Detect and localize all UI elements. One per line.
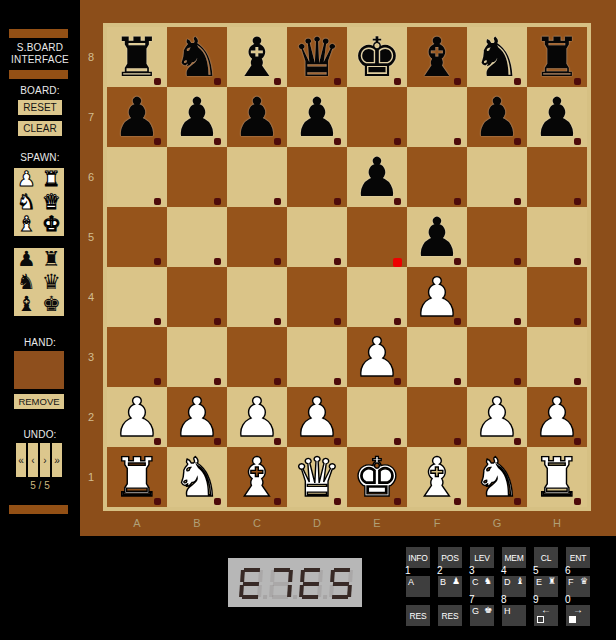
square-h7[interactable]: ♟ bbox=[527, 87, 587, 147]
square-b8[interactable]: ♞ bbox=[167, 27, 227, 87]
square-h3[interactable] bbox=[527, 327, 587, 387]
square-c1[interactable]: ♝ bbox=[227, 447, 287, 507]
app-title-line1: S.BOARD bbox=[0, 42, 80, 53]
square-c8[interactable]: ♝ bbox=[227, 27, 287, 87]
key-a-1[interactable]: A1 bbox=[406, 576, 430, 597]
segment-b bbox=[288, 570, 293, 582]
undo-section-label: UNDO: bbox=[0, 429, 80, 440]
corner-dot bbox=[154, 138, 161, 145]
key-digit: 1 bbox=[405, 565, 427, 596]
key-right-black-0[interactable]: →0 bbox=[566, 605, 590, 626]
spawn-black-bishop[interactable]: ♝ bbox=[14, 293, 39, 315]
segment-b bbox=[318, 570, 323, 582]
key-b-pawn-2[interactable]: B♟2 bbox=[438, 576, 462, 597]
redo-last-button[interactable]: » bbox=[52, 443, 62, 477]
board-section-label: BOARD: bbox=[0, 85, 80, 96]
lcd-display bbox=[228, 558, 362, 607]
square-g5[interactable] bbox=[467, 207, 527, 267]
corner-dot bbox=[454, 498, 461, 505]
file-label-c: C bbox=[227, 513, 287, 533]
square-c7[interactable]: ♟ bbox=[227, 87, 287, 147]
corner-dot bbox=[274, 138, 281, 145]
corner-dot bbox=[334, 378, 341, 385]
corner-dot bbox=[394, 318, 401, 325]
corner-dot bbox=[394, 378, 401, 385]
corner-dot bbox=[214, 138, 221, 145]
lcd-digit-2 bbox=[269, 568, 293, 599]
corner-dot bbox=[334, 258, 341, 265]
rank-label-8: 8 bbox=[88, 27, 102, 87]
corner-dot bbox=[574, 498, 581, 505]
square-e7[interactable] bbox=[347, 87, 407, 147]
file-label-e: E bbox=[347, 513, 407, 533]
corner-dot bbox=[214, 498, 221, 505]
corner-dot bbox=[574, 198, 581, 205]
redo-forward-button[interactable]: › bbox=[40, 443, 50, 477]
highlight-dot bbox=[393, 258, 402, 267]
spawn-white-knight[interactable]: ♞ bbox=[14, 191, 39, 213]
square-e4[interactable] bbox=[347, 267, 407, 327]
corner-dot bbox=[214, 438, 221, 445]
corner-dot bbox=[334, 78, 341, 85]
lcd-digits bbox=[239, 568, 353, 599]
corner-dot bbox=[214, 318, 221, 325]
corner-dot bbox=[334, 198, 341, 205]
lcd-decimal-dot bbox=[263, 595, 267, 599]
corner-dot bbox=[274, 378, 281, 385]
key-digit: 6 bbox=[565, 565, 587, 596]
rank-label-3: 3 bbox=[88, 327, 102, 387]
app-title-line2: INTERFACE bbox=[0, 54, 80, 65]
board-inner-frame: ♜♞♝♛♚♝♞♜♟♟♟♟♟♟♟♟♟♟♟♟♟♟♟♟♜♞♝♛♚♝♞♜ bbox=[103, 23, 591, 511]
segment-d bbox=[302, 595, 318, 599]
lcd-decimal-dot bbox=[293, 595, 297, 599]
corner-dot bbox=[394, 438, 401, 445]
segment-d bbox=[332, 595, 348, 599]
undo-counter: 5 / 5 bbox=[0, 480, 80, 491]
board-squares: ♜♞♝♛♚♝♞♜♟♟♟♟♟♟♟♟♟♟♟♟♟♟♟♟♜♞♝♛♚♝♞♜ bbox=[107, 27, 587, 507]
square-b3[interactable] bbox=[167, 327, 227, 387]
square-c4[interactable] bbox=[227, 267, 287, 327]
corner-dot bbox=[274, 258, 281, 265]
corner-dot bbox=[514, 438, 521, 445]
segment-f bbox=[330, 570, 335, 582]
square-b6[interactable] bbox=[167, 147, 227, 207]
square-e1[interactable]: ♚ bbox=[347, 447, 407, 507]
square-e3[interactable]: ♟ bbox=[347, 327, 407, 387]
rank-label-2: 2 bbox=[88, 387, 102, 447]
square-f3[interactable] bbox=[407, 327, 467, 387]
spawn-white-queen[interactable]: ♛ bbox=[39, 191, 64, 213]
key-label: RES bbox=[406, 605, 430, 626]
square-f5[interactable]: ♟ bbox=[407, 207, 467, 267]
corner-dot bbox=[454, 378, 461, 385]
square-e8[interactable]: ♚ bbox=[347, 27, 407, 87]
key-digit: 4 bbox=[501, 565, 523, 596]
corner-dot bbox=[454, 78, 461, 85]
key-digit: 7 bbox=[469, 594, 491, 625]
corner-dot bbox=[514, 138, 521, 145]
segment-e bbox=[329, 585, 334, 597]
divider-bar-top bbox=[9, 29, 68, 38]
corner-dot bbox=[574, 258, 581, 265]
square-a3[interactable] bbox=[107, 327, 167, 387]
rank-label-4: 4 bbox=[88, 267, 102, 327]
corner-dot bbox=[214, 378, 221, 385]
keypad: INFOPOSLEVMEMCLENTA1B♟2C♞3D♝4E♜5F♛6RESRE… bbox=[406, 547, 590, 626]
file-label-d: D bbox=[287, 513, 347, 533]
corner-dot bbox=[334, 498, 341, 505]
segment-g bbox=[273, 582, 289, 586]
lcd-digit-3 bbox=[299, 568, 323, 599]
divider-bar-2 bbox=[9, 70, 68, 79]
file-label-b: B bbox=[167, 513, 227, 533]
corner-dot bbox=[334, 318, 341, 325]
square-b4[interactable] bbox=[167, 267, 227, 327]
undo-back-button[interactable]: ‹ bbox=[28, 443, 38, 477]
spawn-black-pawn[interactable]: ♟ bbox=[14, 248, 39, 270]
square-h4[interactable] bbox=[527, 267, 587, 327]
segment-a bbox=[304, 568, 320, 572]
file-label-a: A bbox=[107, 513, 167, 533]
corner-dot bbox=[454, 258, 461, 265]
square-a7[interactable]: ♟ bbox=[107, 87, 167, 147]
square-e5[interactable] bbox=[347, 207, 407, 267]
hand-slot[interactable] bbox=[14, 351, 64, 389]
segment-e bbox=[239, 585, 244, 597]
corner-dot bbox=[394, 498, 401, 505]
segment-d bbox=[242, 595, 258, 599]
corner-dot bbox=[274, 438, 281, 445]
lcd-digit-1 bbox=[239, 568, 263, 599]
key-digit: 0 bbox=[565, 594, 587, 625]
corner-dot bbox=[514, 78, 521, 85]
segment-a bbox=[274, 568, 290, 572]
square-a5[interactable] bbox=[107, 207, 167, 267]
key-g-king-7[interactable]: G♚7 bbox=[470, 605, 494, 626]
segment-a bbox=[334, 568, 350, 572]
square-h8[interactable]: ♜ bbox=[527, 27, 587, 87]
square-g3[interactable] bbox=[467, 327, 527, 387]
square-d1[interactable]: ♛ bbox=[287, 447, 347, 507]
corner-dot bbox=[214, 78, 221, 85]
corner-dot bbox=[334, 438, 341, 445]
corner-dot bbox=[514, 318, 521, 325]
corner-dot bbox=[454, 138, 461, 145]
spawn-section-label: SPAWN: bbox=[0, 152, 80, 163]
file-label-h: H bbox=[527, 513, 587, 533]
square-c2[interactable]: ♟ bbox=[227, 387, 287, 447]
square-h2[interactable]: ♟ bbox=[527, 387, 587, 447]
segment-b bbox=[258, 570, 263, 582]
square-h6[interactable] bbox=[527, 147, 587, 207]
square-g1[interactable]: ♞ bbox=[467, 447, 527, 507]
corner-dot bbox=[394, 78, 401, 85]
square-d5[interactable] bbox=[287, 207, 347, 267]
corner-dot bbox=[154, 198, 161, 205]
square-g8[interactable]: ♞ bbox=[467, 27, 527, 87]
square-f1[interactable]: ♝ bbox=[407, 447, 467, 507]
square-h5[interactable] bbox=[527, 207, 587, 267]
square-a6[interactable] bbox=[107, 147, 167, 207]
segment-g bbox=[303, 582, 319, 586]
segment-f bbox=[300, 570, 305, 582]
corner-dot bbox=[154, 498, 161, 505]
square-a8[interactable]: ♜ bbox=[107, 27, 167, 87]
chess-board: ♜♞♝♛♚♝♞♜♟♟♟♟♟♟♟♟♟♟♟♟♟♟♟♟♜♞♝♛♚♝♞♜ 8765432… bbox=[80, 0, 616, 536]
square-g2[interactable]: ♟ bbox=[467, 387, 527, 447]
corner-dot bbox=[214, 258, 221, 265]
corner-dot bbox=[574, 78, 581, 85]
hand-section-label: HAND: bbox=[0, 337, 80, 348]
spawn-white-bishop[interactable]: ♝ bbox=[14, 213, 39, 235]
corner-dot bbox=[574, 138, 581, 145]
square-d6[interactable] bbox=[287, 147, 347, 207]
corner-dot bbox=[454, 318, 461, 325]
corner-dot bbox=[274, 318, 281, 325]
spawn-white-pawn[interactable]: ♟ bbox=[14, 168, 39, 190]
square-b5[interactable] bbox=[167, 207, 227, 267]
square-f6[interactable] bbox=[407, 147, 467, 207]
key-digit: 8 bbox=[501, 594, 523, 625]
square-d3[interactable] bbox=[287, 327, 347, 387]
square-c6[interactable] bbox=[227, 147, 287, 207]
spawn-black-rook[interactable]: ♜ bbox=[39, 248, 64, 270]
square-g4[interactable] bbox=[467, 267, 527, 327]
key-digit: 5 bbox=[533, 565, 555, 596]
segment-e bbox=[299, 585, 304, 597]
square-a4[interactable] bbox=[107, 267, 167, 327]
segment-a bbox=[244, 568, 260, 572]
square-g7[interactable]: ♟ bbox=[467, 87, 527, 147]
corner-dot bbox=[514, 378, 521, 385]
segment-b bbox=[348, 570, 353, 582]
key-res-2[interactable]: RES bbox=[438, 605, 462, 626]
rank-label-7: 7 bbox=[88, 87, 102, 147]
square-f8[interactable]: ♝ bbox=[407, 27, 467, 87]
segment-e bbox=[269, 585, 274, 597]
rank-label-5: 5 bbox=[88, 207, 102, 267]
corner-dot bbox=[274, 198, 281, 205]
corner-dot bbox=[454, 438, 461, 445]
spawn-white-king[interactable]: ♚ bbox=[39, 213, 64, 235]
segment-g bbox=[333, 582, 349, 586]
square-b1[interactable]: ♞ bbox=[167, 447, 227, 507]
corner-dot bbox=[334, 138, 341, 145]
spawn-black-queen[interactable]: ♛ bbox=[39, 271, 64, 293]
square-c5[interactable] bbox=[227, 207, 287, 267]
corner-dot bbox=[454, 198, 461, 205]
reset-button[interactable]: RESET bbox=[18, 100, 62, 115]
corner-dot bbox=[514, 258, 521, 265]
corner-dot bbox=[514, 198, 521, 205]
undo-button-row: «‹›» bbox=[16, 443, 62, 477]
chess-computer-interface: S.BOARD INTERFACE BOARD: RESET CLEAR SPA… bbox=[0, 0, 616, 640]
square-a1[interactable]: ♜ bbox=[107, 447, 167, 507]
undo-first-button[interactable]: « bbox=[16, 443, 26, 477]
corner-dot bbox=[154, 438, 161, 445]
key-h-8[interactable]: H8 bbox=[502, 605, 526, 626]
rank-label-1: 1 bbox=[88, 447, 102, 507]
square-h1[interactable]: ♜ bbox=[527, 447, 587, 507]
segment-f bbox=[240, 570, 245, 582]
corner-dot bbox=[154, 318, 161, 325]
key-res-1[interactable]: RES bbox=[406, 605, 430, 626]
segment-g bbox=[243, 582, 259, 586]
spawn-palette-white: ♟♜♞♛♝♚ bbox=[14, 168, 64, 236]
key-digit: 3 bbox=[469, 565, 491, 596]
square-c3[interactable] bbox=[227, 327, 287, 387]
clear-button[interactable]: CLEAR bbox=[18, 121, 62, 136]
corner-dot bbox=[154, 378, 161, 385]
sidebar: S.BOARD INTERFACE BOARD: RESET CLEAR SPA… bbox=[0, 0, 80, 640]
corner-dot bbox=[574, 438, 581, 445]
key-digit: 2 bbox=[437, 565, 459, 596]
rank-label-6: 6 bbox=[88, 147, 102, 207]
corner-dot bbox=[154, 78, 161, 85]
square-d2[interactable]: ♟ bbox=[287, 387, 347, 447]
corner-dot bbox=[274, 498, 281, 505]
segment-f bbox=[270, 570, 275, 582]
square-f2[interactable] bbox=[407, 387, 467, 447]
corner-dot bbox=[574, 318, 581, 325]
corner-dot bbox=[574, 378, 581, 385]
square-d8[interactable]: ♛ bbox=[287, 27, 347, 87]
square-a2[interactable]: ♟ bbox=[107, 387, 167, 447]
file-label-f: F bbox=[407, 513, 467, 533]
spawn-black-king[interactable]: ♚ bbox=[39, 293, 64, 315]
corner-dot bbox=[274, 78, 281, 85]
key-left-white-9[interactable]: ←9 bbox=[534, 605, 558, 626]
square-e6[interactable]: ♟ bbox=[347, 147, 407, 207]
square-b2[interactable]: ♟ bbox=[167, 387, 227, 447]
lcd-decimal-dot bbox=[323, 595, 327, 599]
square-g6[interactable] bbox=[467, 147, 527, 207]
spawn-palette-black: ♟♜♞♛♝♚ bbox=[14, 248, 64, 316]
corner-dot bbox=[154, 258, 161, 265]
square-d7[interactable]: ♟ bbox=[287, 87, 347, 147]
square-e2[interactable] bbox=[347, 387, 407, 447]
spawn-black-knight[interactable]: ♞ bbox=[14, 271, 39, 293]
key-digit: 9 bbox=[533, 594, 555, 625]
corner-dot bbox=[394, 138, 401, 145]
key-label: RES bbox=[438, 605, 462, 626]
corner-dot bbox=[514, 498, 521, 505]
remove-button[interactable]: REMOVE bbox=[14, 394, 64, 409]
spawn-white-rook[interactable]: ♜ bbox=[39, 168, 64, 190]
square-b7[interactable]: ♟ bbox=[167, 87, 227, 147]
square-f4[interactable]: ♟ bbox=[407, 267, 467, 327]
square-f7[interactable] bbox=[407, 87, 467, 147]
square-d4[interactable] bbox=[287, 267, 347, 327]
corner-dot bbox=[394, 198, 401, 205]
segment-d bbox=[272, 595, 288, 599]
divider-bar-bottom bbox=[9, 505, 68, 514]
corner-dot bbox=[214, 198, 221, 205]
lcd-digit-4 bbox=[329, 568, 353, 599]
file-label-g: G bbox=[467, 513, 527, 533]
